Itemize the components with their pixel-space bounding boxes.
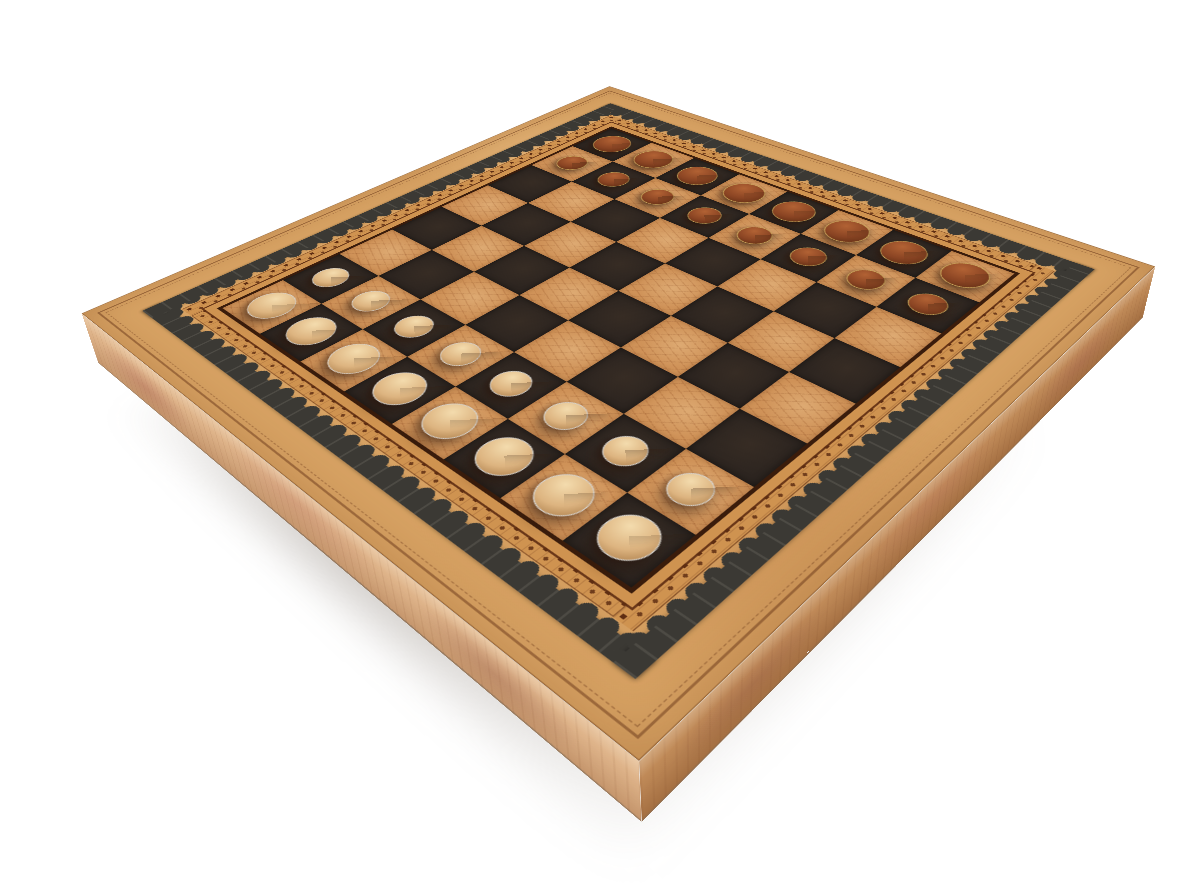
camera-tilt-wrapper: ♜♞♝♛♚♝♞♜♟♟♟♟♟♟♟♟♟♟♟♟♟♟♟♟♜♞♝♚♛♝♞♜ [0,0,1200,885]
product-photo-stage: ♜♞♝♛♚♝♞♜♟♟♟♟♟♟♟♟♟♟♟♟♟♟♟♟♜♞♝♚♛♝♞♜ [0,0,1200,885]
chess-board-box: ♜♞♝♛♚♝♞♜♟♟♟♟♟♟♟♟♟♟♟♟♟♟♟♟♜♞♝♚♛♝♞♜ [82,86,1156,761]
perspective-scene: ♜♞♝♛♚♝♞♜♟♟♟♟♟♟♟♟♟♟♟♟♟♟♟♟♜♞♝♚♛♝♞♜ [0,0,1200,885]
